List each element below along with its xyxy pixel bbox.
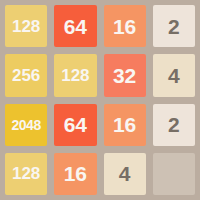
tile-2: 2 [153,104,195,146]
tile-32: 32 [104,54,146,96]
tile-16: 16 [104,5,146,47]
2048-board[interactable]: 12864162256128324204864162128164 [0,0,200,200]
tile-256: 256 [5,54,47,96]
empty-cell [153,153,195,195]
tile-2: 2 [153,5,195,47]
tile-128: 128 [5,5,47,47]
tile-64: 64 [54,5,96,47]
tile-16: 16 [54,153,96,195]
tile-64: 64 [54,104,96,146]
tile-128: 128 [5,153,47,195]
tile-4: 4 [153,54,195,96]
tile-2048: 2048 [5,104,47,146]
tile-128: 128 [54,54,96,96]
tile-4: 4 [104,153,146,195]
tile-16: 16 [104,104,146,146]
